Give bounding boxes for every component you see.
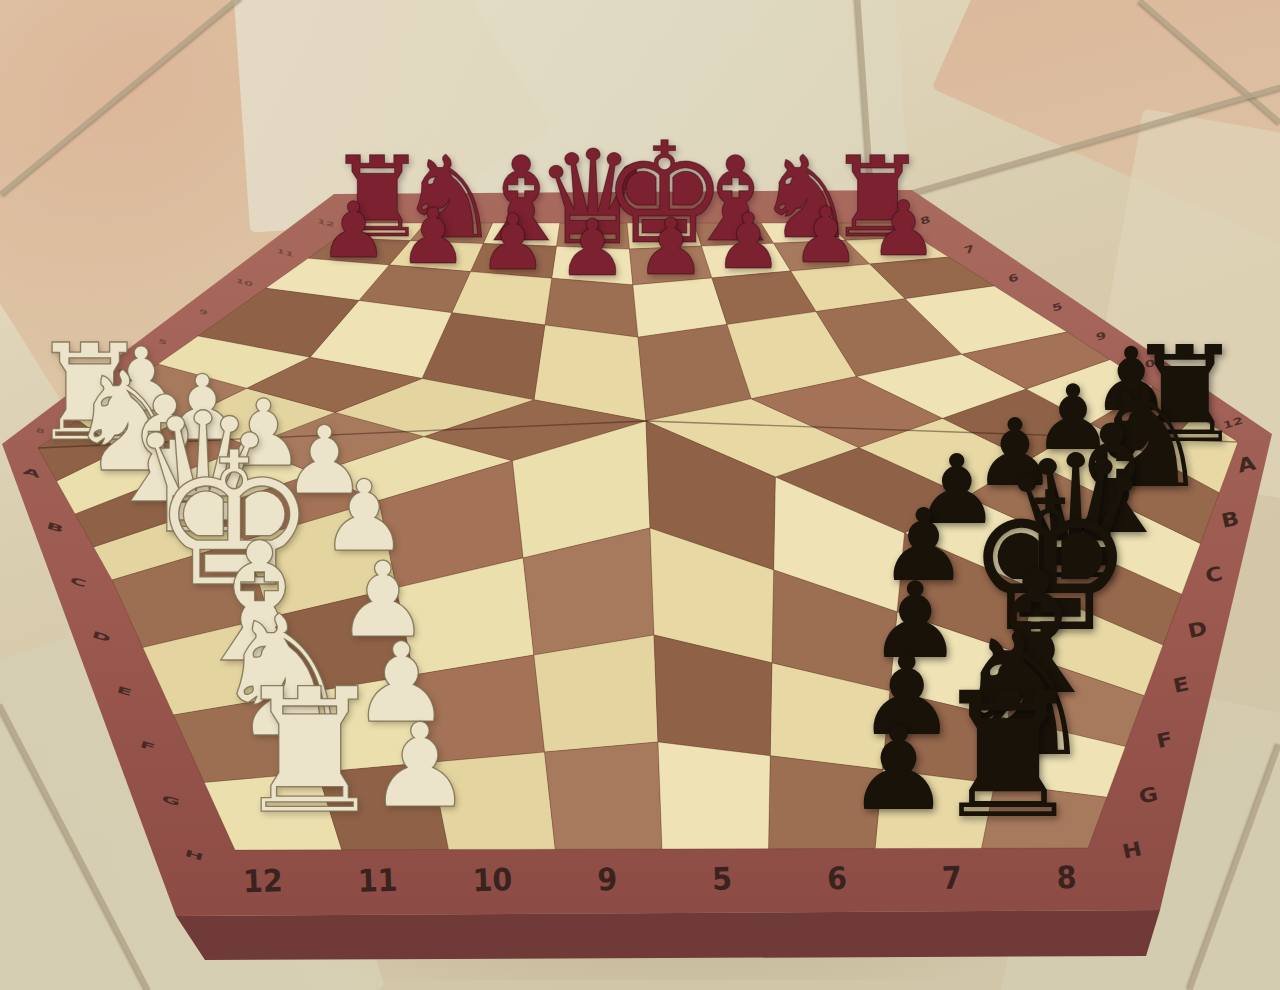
piece-red-pawn-6[interactable]: ♟: [791, 197, 860, 274]
edge-label-bottom_bl_to_br-9: 9: [597, 861, 618, 898]
piece-red-pawn-5[interactable]: ♟: [714, 203, 783, 280]
edge-label-bottom_bl_to_br-10: 10: [472, 861, 513, 899]
piece-black-rook-7[interactable]: ♜: [930, 670, 1085, 843]
piece-white-rook-7[interactable]: ♜: [233, 666, 387, 838]
cell-black-lower-f3-r3[interactable]: [658, 742, 770, 849]
cell-white-lower-f3-r3[interactable]: [545, 742, 662, 849]
piece-red-pawn-0[interactable]: ♟: [319, 192, 388, 269]
cell-white-lower-f2-r3[interactable]: [534, 635, 658, 752]
edge-label-bottom_bl_to_br-7: 7: [941, 859, 962, 896]
edge-label-bottom_bl_to_br-12: 12: [242, 862, 283, 900]
board-front-face: [176, 910, 1160, 960]
piece-red-pawn-3[interactable]: ♟: [557, 208, 627, 286]
piece-red-pawn-7[interactable]: ♟: [870, 191, 938, 267]
piece-red-pawn-1[interactable]: ♟: [399, 197, 468, 274]
edge-label-bottom_bl_to_br-8: 8: [1056, 859, 1077, 896]
edge-label-bottom_bl_to_br-11: 11: [357, 861, 398, 899]
piece-red-pawn-4[interactable]: ♟: [636, 208, 706, 286]
edge-label-bottom_bl_to_br-5: 5: [712, 860, 733, 897]
edge-label-bottom_bl_to_br-6: 6: [826, 860, 847, 897]
scene: 87659101112ABCDEFGH87659101112ABCDEFGH12…: [0, 0, 1280, 990]
piece-red-pawn-2[interactable]: ♟: [478, 203, 547, 280]
